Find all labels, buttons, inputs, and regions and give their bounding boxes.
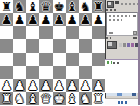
status-mark-left <box>106 37 111 39</box>
square-a5[interactable] <box>0 39 13 52</box>
chess-board: ♜♞♝♛♚♝♞♜♟♟♟♟♟♟♟♟♟♟♟♟♟♟♟♟♜♞♝♛♚♝♞♜ <box>0 0 105 105</box>
square-f7[interactable]: ♟ <box>66 13 79 26</box>
square-e7[interactable]: ♟ <box>53 13 66 26</box>
square-g6[interactable] <box>79 26 92 39</box>
black-knight: ♞ <box>80 0 91 13</box>
square-g1[interactable]: ♞ <box>79 92 92 105</box>
hscroll-thumb[interactable] <box>117 93 122 97</box>
white-pawn: ♟ <box>67 78 78 91</box>
square-d4[interactable] <box>39 53 52 66</box>
panel-label-text <box>106 9 116 12</box>
white-pawn: ♟ <box>1 78 12 91</box>
horizontal-scrollbar[interactable] <box>106 93 137 97</box>
square-f6[interactable] <box>66 26 79 39</box>
black-rook: ♜ <box>1 0 12 13</box>
square-c4[interactable] <box>26 53 39 66</box>
square-g4[interactable] <box>79 53 92 66</box>
white-pawn: ♟ <box>93 78 104 91</box>
white-bishop: ♝ <box>27 91 38 104</box>
square-h1[interactable]: ♜ <box>92 92 105 105</box>
white-queen: ♛ <box>40 91 51 104</box>
square-b5[interactable] <box>13 39 26 52</box>
square-a1[interactable]: ♜ <box>0 92 13 105</box>
black-pawn: ♟ <box>14 13 25 26</box>
black-pawn: ♟ <box>27 13 38 26</box>
square-d6[interactable] <box>39 26 52 39</box>
scrollbar-up-tick[interactable] <box>133 15 136 17</box>
color-chip-3 <box>127 43 130 47</box>
square-b1[interactable]: ♞ <box>13 92 26 105</box>
square-e6[interactable] <box>53 26 66 39</box>
white-king: ♚ <box>53 91 64 104</box>
black-pawn: ♟ <box>1 13 12 26</box>
status-mark-right <box>133 37 137 39</box>
toolbar-button-top[interactable] <box>107 1 114 8</box>
listbox-line-1 <box>109 15 130 17</box>
output-textbox[interactable] <box>105 59 139 93</box>
toolbar-button-mid[interactable] <box>107 41 117 49</box>
square-c5[interactable] <box>26 39 39 52</box>
square-f4[interactable] <box>66 53 79 66</box>
output-dark-text <box>113 62 121 65</box>
square-b4[interactable] <box>13 53 26 66</box>
black-pawn: ♟ <box>53 13 64 26</box>
listbox-line-2 <box>109 19 122 21</box>
button-icon <box>108 2 111 5</box>
square-e4[interactable] <box>53 53 66 66</box>
square-f5[interactable] <box>66 39 79 52</box>
black-bishop: ♝ <box>67 0 78 13</box>
white-pawn: ♟ <box>40 78 51 91</box>
square-d1[interactable]: ♛ <box>39 92 52 105</box>
listbox-scroll-thumb[interactable] <box>133 31 137 35</box>
toolbar-caption-text <box>121 3 138 5</box>
black-knight: ♞ <box>14 0 25 13</box>
square-d5[interactable] <box>39 39 52 52</box>
hscroll-end-button[interactable] <box>132 93 136 97</box>
square-h7[interactable]: ♟ <box>92 13 105 26</box>
square-h5[interactable] <box>92 39 105 52</box>
white-bishop: ♝ <box>67 91 78 104</box>
square-f1[interactable]: ♝ <box>66 92 79 105</box>
square-b6[interactable] <box>13 26 26 39</box>
black-bishop: ♝ <box>27 0 38 13</box>
listbox-bottom-mark <box>109 32 113 34</box>
square-c7[interactable]: ♟ <box>26 13 39 26</box>
square-g7[interactable]: ♟ <box>79 13 92 26</box>
window-right-border <box>138 0 140 105</box>
square-d7[interactable]: ♟ <box>39 13 52 26</box>
button-icon <box>108 42 112 46</box>
color-chip-1 <box>119 43 122 47</box>
white-knight: ♞ <box>14 91 25 104</box>
white-pawn: ♟ <box>14 78 25 91</box>
color-chip-2 <box>123 43 126 47</box>
bottom-action-bar <box>105 98 139 106</box>
square-g5[interactable] <box>79 39 92 52</box>
bottom-action-button[interactable] <box>118 101 127 104</box>
white-rook: ♜ <box>93 91 104 104</box>
black-pawn: ♟ <box>80 13 91 26</box>
black-pawn: ♟ <box>40 13 51 26</box>
black-pawn: ♟ <box>67 13 78 26</box>
square-h4[interactable] <box>92 53 105 66</box>
output-green-text <box>107 61 112 64</box>
square-a4[interactable] <box>0 53 13 66</box>
black-pawn: ♟ <box>93 13 104 26</box>
square-b7[interactable]: ♟ <box>13 13 26 26</box>
white-knight: ♞ <box>80 91 91 104</box>
color-chip-4 <box>131 43 134 47</box>
square-c6[interactable] <box>26 26 39 39</box>
black-king: ♚ <box>53 0 64 13</box>
move-listbox[interactable] <box>106 12 138 36</box>
white-rook: ♜ <box>1 91 12 104</box>
square-c1[interactable]: ♝ <box>26 92 39 105</box>
black-queen: ♛ <box>40 0 51 13</box>
black-rook: ♜ <box>93 0 104 13</box>
white-pawn: ♟ <box>80 78 91 91</box>
side-panel <box>105 0 140 105</box>
square-e1[interactable]: ♚ <box>53 92 66 105</box>
white-pawn: ♟ <box>53 78 64 91</box>
square-a6[interactable] <box>0 26 13 39</box>
chess-app-window: ♜♞♝♛♚♝♞♜♟♟♟♟♟♟♟♟♟♟♟♟♟♟♟♟♜♞♝♛♚♝♞♜ <box>0 0 140 105</box>
square-h6[interactable] <box>92 26 105 39</box>
square-a7[interactable]: ♟ <box>0 13 13 26</box>
toolbar-mini-element[interactable] <box>115 1 119 4</box>
square-e5[interactable] <box>53 39 66 52</box>
white-pawn: ♟ <box>27 78 38 91</box>
